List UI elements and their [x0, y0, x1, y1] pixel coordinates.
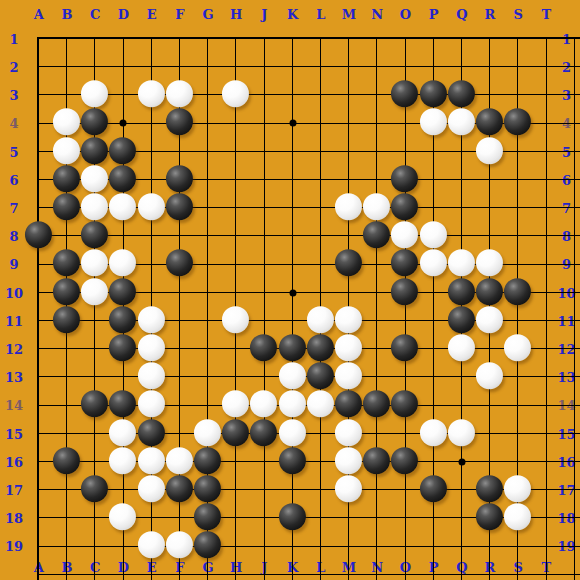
intersection-L17[interactable] — [307, 476, 335, 504]
intersection-S1[interactable] — [504, 25, 532, 53]
intersection-M10[interactable] — [335, 278, 363, 306]
intersection-S3[interactable] — [504, 81, 532, 109]
intersection-Q12[interactable] — [448, 335, 476, 363]
intersection-E10[interactable] — [137, 278, 165, 306]
intersection-O2[interactable] — [391, 53, 419, 81]
intersection-K7[interactable] — [278, 194, 306, 222]
intersection-G16[interactable] — [194, 448, 222, 476]
intersection-O7[interactable] — [391, 194, 419, 222]
intersection-K10[interactable] — [278, 278, 306, 306]
intersection-J6[interactable] — [250, 166, 278, 194]
intersection-D19[interactable] — [109, 532, 137, 560]
intersection-H1[interactable] — [222, 25, 250, 53]
intersection-J15[interactable] — [250, 419, 278, 447]
intersection-A11[interactable] — [25, 307, 53, 335]
intersection-K6[interactable] — [278, 166, 306, 194]
intersection-T2[interactable] — [532, 53, 560, 81]
intersection-R6[interactable] — [476, 166, 504, 194]
intersection-R3[interactable] — [476, 81, 504, 109]
intersection-B14[interactable] — [53, 391, 81, 419]
intersection-P4[interactable] — [419, 109, 447, 137]
intersection-S13[interactable] — [504, 363, 532, 391]
intersection-E3[interactable] — [137, 81, 165, 109]
intersection-R13[interactable] — [476, 363, 504, 391]
intersection-N16[interactable] — [363, 448, 391, 476]
intersection-E8[interactable] — [137, 222, 165, 250]
intersection-J16[interactable] — [250, 448, 278, 476]
intersection-J17[interactable] — [250, 476, 278, 504]
intersection-A8[interactable] — [25, 222, 53, 250]
intersection-H14[interactable] — [222, 391, 250, 419]
intersection-J1[interactable] — [250, 25, 278, 53]
intersection-G10[interactable] — [194, 278, 222, 306]
intersection-O8[interactable] — [391, 222, 419, 250]
intersection-S14[interactable] — [504, 391, 532, 419]
intersection-H8[interactable] — [222, 222, 250, 250]
intersection-S2[interactable] — [504, 53, 532, 81]
intersection-M7[interactable] — [335, 194, 363, 222]
intersection-H15[interactable] — [222, 419, 250, 447]
intersection-L12[interactable] — [307, 335, 335, 363]
intersection-S17[interactable] — [504, 476, 532, 504]
intersection-A10[interactable] — [25, 278, 53, 306]
intersection-D3[interactable] — [109, 81, 137, 109]
intersection-L13[interactable] — [307, 363, 335, 391]
intersection-C18[interactable] — [81, 504, 109, 532]
intersection-G11[interactable] — [194, 307, 222, 335]
intersection-D15[interactable] — [109, 419, 137, 447]
intersection-J8[interactable] — [250, 222, 278, 250]
intersection-K3[interactable] — [278, 81, 306, 109]
intersection-J4[interactable] — [250, 109, 278, 137]
intersection-R9[interactable] — [476, 250, 504, 278]
intersection-A7[interactable] — [25, 194, 53, 222]
intersection-E19[interactable] — [137, 532, 165, 560]
intersection-N12[interactable] — [363, 335, 391, 363]
intersection-O13[interactable] — [391, 363, 419, 391]
intersection-D1[interactable] — [109, 25, 137, 53]
intersection-F3[interactable] — [166, 81, 194, 109]
intersection-R12[interactable] — [476, 335, 504, 363]
intersection-H16[interactable] — [222, 448, 250, 476]
intersection-M1[interactable] — [335, 25, 363, 53]
intersection-F17[interactable] — [166, 476, 194, 504]
intersection-N5[interactable] — [363, 137, 391, 165]
intersection-K16[interactable] — [278, 448, 306, 476]
intersection-L3[interactable] — [307, 81, 335, 109]
intersection-T10[interactable] — [532, 278, 560, 306]
intersection-N15[interactable] — [363, 419, 391, 447]
intersection-T19[interactable] — [532, 532, 560, 560]
intersection-C16[interactable] — [81, 448, 109, 476]
intersection-E6[interactable] — [137, 166, 165, 194]
intersection-T7[interactable] — [532, 194, 560, 222]
intersection-T3[interactable] — [532, 81, 560, 109]
intersection-L7[interactable] — [307, 194, 335, 222]
intersection-O19[interactable] — [391, 532, 419, 560]
intersection-A12[interactable] — [25, 335, 53, 363]
intersection-F4[interactable] — [166, 109, 194, 137]
intersection-J10[interactable] — [250, 278, 278, 306]
intersection-E14[interactable] — [137, 391, 165, 419]
intersection-P10[interactable] — [419, 278, 447, 306]
intersection-O3[interactable] — [391, 81, 419, 109]
intersection-E5[interactable] — [137, 137, 165, 165]
intersection-P2[interactable] — [419, 53, 447, 81]
intersection-A18[interactable] — [25, 504, 53, 532]
intersection-P7[interactable] — [419, 194, 447, 222]
intersection-N19[interactable] — [363, 532, 391, 560]
intersection-K13[interactable] — [278, 363, 306, 391]
intersection-F7[interactable] — [166, 194, 194, 222]
intersection-E11[interactable] — [137, 307, 165, 335]
intersection-P14[interactable] — [419, 391, 447, 419]
intersection-G18[interactable] — [194, 504, 222, 532]
intersection-B2[interactable] — [53, 53, 81, 81]
intersection-K14[interactable] — [278, 391, 306, 419]
intersection-F16[interactable] — [166, 448, 194, 476]
intersection-F15[interactable] — [166, 419, 194, 447]
intersection-O10[interactable] — [391, 278, 419, 306]
intersection-A16[interactable] — [25, 448, 53, 476]
intersection-L6[interactable] — [307, 166, 335, 194]
intersection-M3[interactable] — [335, 81, 363, 109]
intersection-M16[interactable] — [335, 448, 363, 476]
intersection-N13[interactable] — [363, 363, 391, 391]
intersection-M11[interactable] — [335, 307, 363, 335]
intersection-Q9[interactable] — [448, 250, 476, 278]
intersection-T1[interactable] — [532, 25, 560, 53]
intersection-P9[interactable] — [419, 250, 447, 278]
intersection-F2[interactable] — [166, 53, 194, 81]
intersection-G15[interactable] — [194, 419, 222, 447]
intersection-B18[interactable] — [53, 504, 81, 532]
intersection-L4[interactable] — [307, 109, 335, 137]
intersection-Q18[interactable] — [448, 504, 476, 532]
intersection-K1[interactable] — [278, 25, 306, 53]
intersection-O6[interactable] — [391, 166, 419, 194]
intersection-G12[interactable] — [194, 335, 222, 363]
intersection-D8[interactable] — [109, 222, 137, 250]
intersection-D5[interactable] — [109, 137, 137, 165]
intersection-J2[interactable] — [250, 53, 278, 81]
intersection-D16[interactable] — [109, 448, 137, 476]
intersection-B11[interactable] — [53, 307, 81, 335]
intersection-F12[interactable] — [166, 335, 194, 363]
intersection-H18[interactable] — [222, 504, 250, 532]
intersection-H3[interactable] — [222, 81, 250, 109]
intersection-R14[interactable] — [476, 391, 504, 419]
intersection-Q6[interactable] — [448, 166, 476, 194]
intersection-C1[interactable] — [81, 25, 109, 53]
intersection-K17[interactable] — [278, 476, 306, 504]
intersection-N9[interactable] — [363, 250, 391, 278]
intersection-D6[interactable] — [109, 166, 137, 194]
intersection-A3[interactable] — [25, 81, 53, 109]
intersection-A15[interactable] — [25, 419, 53, 447]
intersection-O14[interactable] — [391, 391, 419, 419]
intersection-A19[interactable] — [25, 532, 53, 560]
intersection-K19[interactable] — [278, 532, 306, 560]
intersection-F8[interactable] — [166, 222, 194, 250]
intersection-S16[interactable] — [504, 448, 532, 476]
intersection-D10[interactable] — [109, 278, 137, 306]
intersection-T13[interactable] — [532, 363, 560, 391]
intersection-B1[interactable] — [53, 25, 81, 53]
intersection-S18[interactable] — [504, 504, 532, 532]
intersection-S15[interactable] — [504, 419, 532, 447]
intersection-O18[interactable] — [391, 504, 419, 532]
intersection-F19[interactable] — [166, 532, 194, 560]
intersection-M2[interactable] — [335, 53, 363, 81]
intersection-B4[interactable] — [53, 109, 81, 137]
intersection-M14[interactable] — [335, 391, 363, 419]
intersection-L2[interactable] — [307, 53, 335, 81]
intersection-L9[interactable] — [307, 250, 335, 278]
intersection-T4[interactable] — [532, 109, 560, 137]
intersection-L19[interactable] — [307, 532, 335, 560]
intersection-C12[interactable] — [81, 335, 109, 363]
intersection-R8[interactable] — [476, 222, 504, 250]
intersection-H4[interactable] — [222, 109, 250, 137]
intersection-R15[interactable] — [476, 419, 504, 447]
intersection-R11[interactable] — [476, 307, 504, 335]
intersection-F11[interactable] — [166, 307, 194, 335]
intersection-G2[interactable] — [194, 53, 222, 81]
intersection-N2[interactable] — [363, 53, 391, 81]
intersection-O15[interactable] — [391, 419, 419, 447]
intersection-C17[interactable] — [81, 476, 109, 504]
intersection-B9[interactable] — [53, 250, 81, 278]
intersection-B19[interactable] — [53, 532, 81, 560]
intersection-N14[interactable] — [363, 391, 391, 419]
intersection-A14[interactable] — [25, 391, 53, 419]
intersection-L11[interactable] — [307, 307, 335, 335]
intersection-K18[interactable] — [278, 504, 306, 532]
intersection-G13[interactable] — [194, 363, 222, 391]
intersection-C6[interactable] — [81, 166, 109, 194]
intersection-A2[interactable] — [25, 53, 53, 81]
intersection-N3[interactable] — [363, 81, 391, 109]
intersection-M19[interactable] — [335, 532, 363, 560]
intersection-Q10[interactable] — [448, 278, 476, 306]
intersection-R19[interactable] — [476, 532, 504, 560]
intersection-S7[interactable] — [504, 194, 532, 222]
intersection-C13[interactable] — [81, 363, 109, 391]
intersection-J11[interactable] — [250, 307, 278, 335]
intersection-Q2[interactable] — [448, 53, 476, 81]
intersection-F10[interactable] — [166, 278, 194, 306]
intersection-E16[interactable] — [137, 448, 165, 476]
intersection-H17[interactable] — [222, 476, 250, 504]
intersection-M12[interactable] — [335, 335, 363, 363]
intersection-P1[interactable] — [419, 25, 447, 53]
intersection-S9[interactable] — [504, 250, 532, 278]
intersection-J9[interactable] — [250, 250, 278, 278]
intersection-K15[interactable] — [278, 419, 306, 447]
intersection-P18[interactable] — [419, 504, 447, 532]
intersection-A13[interactable] — [25, 363, 53, 391]
intersection-M13[interactable] — [335, 363, 363, 391]
intersection-S19[interactable] — [504, 532, 532, 560]
intersection-C4[interactable] — [81, 109, 109, 137]
intersection-T18[interactable] — [532, 504, 560, 532]
intersection-H12[interactable] — [222, 335, 250, 363]
intersection-B7[interactable] — [53, 194, 81, 222]
intersection-B6[interactable] — [53, 166, 81, 194]
intersection-T14[interactable] — [532, 391, 560, 419]
intersection-O16[interactable] — [391, 448, 419, 476]
intersection-D14[interactable] — [109, 391, 137, 419]
intersection-E7[interactable] — [137, 194, 165, 222]
intersection-S6[interactable] — [504, 166, 532, 194]
intersection-K8[interactable] — [278, 222, 306, 250]
intersection-T8[interactable] — [532, 222, 560, 250]
intersection-T16[interactable] — [532, 448, 560, 476]
intersection-A9[interactable] — [25, 250, 53, 278]
intersection-J19[interactable] — [250, 532, 278, 560]
intersection-C15[interactable] — [81, 419, 109, 447]
intersection-Q11[interactable] — [448, 307, 476, 335]
intersection-E15[interactable] — [137, 419, 165, 447]
intersection-T15[interactable] — [532, 419, 560, 447]
intersection-D13[interactable] — [109, 363, 137, 391]
intersection-O5[interactable] — [391, 137, 419, 165]
intersection-P6[interactable] — [419, 166, 447, 194]
intersection-D17[interactable] — [109, 476, 137, 504]
intersection-N8[interactable] — [363, 222, 391, 250]
intersection-R7[interactable] — [476, 194, 504, 222]
intersection-J13[interactable] — [250, 363, 278, 391]
intersection-F9[interactable] — [166, 250, 194, 278]
intersection-B17[interactable] — [53, 476, 81, 504]
intersection-O11[interactable] — [391, 307, 419, 335]
intersection-E17[interactable] — [137, 476, 165, 504]
intersection-M9[interactable] — [335, 250, 363, 278]
intersection-O9[interactable] — [391, 250, 419, 278]
intersection-H5[interactable] — [222, 137, 250, 165]
intersection-G5[interactable] — [194, 137, 222, 165]
intersection-M18[interactable] — [335, 504, 363, 532]
intersection-T11[interactable] — [532, 307, 560, 335]
intersection-Q1[interactable] — [448, 25, 476, 53]
intersection-F6[interactable] — [166, 166, 194, 194]
intersection-D18[interactable] — [109, 504, 137, 532]
intersection-G14[interactable] — [194, 391, 222, 419]
intersection-H9[interactable] — [222, 250, 250, 278]
intersection-C9[interactable] — [81, 250, 109, 278]
intersection-G3[interactable] — [194, 81, 222, 109]
intersection-R5[interactable] — [476, 137, 504, 165]
intersection-T17[interactable] — [532, 476, 560, 504]
intersection-N4[interactable] — [363, 109, 391, 137]
intersection-S11[interactable] — [504, 307, 532, 335]
intersection-K4[interactable] — [278, 109, 306, 137]
intersection-Q4[interactable] — [448, 109, 476, 137]
intersection-G6[interactable] — [194, 166, 222, 194]
intersection-Q17[interactable] — [448, 476, 476, 504]
intersection-R17[interactable] — [476, 476, 504, 504]
intersection-C14[interactable] — [81, 391, 109, 419]
intersection-G7[interactable] — [194, 194, 222, 222]
intersection-K2[interactable] — [278, 53, 306, 81]
intersection-S4[interactable] — [504, 109, 532, 137]
intersection-A5[interactable] — [25, 137, 53, 165]
intersection-Q16[interactable] — [448, 448, 476, 476]
intersection-T12[interactable] — [532, 335, 560, 363]
intersection-J3[interactable] — [250, 81, 278, 109]
intersection-P19[interactable] — [419, 532, 447, 560]
intersection-E1[interactable] — [137, 25, 165, 53]
intersection-M5[interactable] — [335, 137, 363, 165]
intersection-J12[interactable] — [250, 335, 278, 363]
intersection-P16[interactable] — [419, 448, 447, 476]
intersection-L10[interactable] — [307, 278, 335, 306]
intersection-H2[interactable] — [222, 53, 250, 81]
intersection-F18[interactable] — [166, 504, 194, 532]
intersection-C7[interactable] — [81, 194, 109, 222]
intersection-N6[interactable] — [363, 166, 391, 194]
intersection-F1[interactable] — [166, 25, 194, 53]
intersection-C2[interactable] — [81, 53, 109, 81]
intersection-G8[interactable] — [194, 222, 222, 250]
intersection-B3[interactable] — [53, 81, 81, 109]
intersection-H6[interactable] — [222, 166, 250, 194]
intersection-M8[interactable] — [335, 222, 363, 250]
intersection-L8[interactable] — [307, 222, 335, 250]
intersection-K5[interactable] — [278, 137, 306, 165]
intersection-L15[interactable] — [307, 419, 335, 447]
intersection-O4[interactable] — [391, 109, 419, 137]
intersection-P12[interactable] — [419, 335, 447, 363]
intersection-D9[interactable] — [109, 250, 137, 278]
intersection-A6[interactable] — [25, 166, 53, 194]
intersection-Q15[interactable] — [448, 419, 476, 447]
intersection-K9[interactable] — [278, 250, 306, 278]
intersection-S8[interactable] — [504, 222, 532, 250]
intersection-M15[interactable] — [335, 419, 363, 447]
intersection-A1[interactable] — [25, 25, 53, 53]
intersection-E2[interactable] — [137, 53, 165, 81]
intersection-H13[interactable] — [222, 363, 250, 391]
intersection-L5[interactable] — [307, 137, 335, 165]
intersection-B8[interactable] — [53, 222, 81, 250]
intersection-N1[interactable] — [363, 25, 391, 53]
intersection-H19[interactable] — [222, 532, 250, 560]
intersection-F13[interactable] — [166, 363, 194, 391]
intersection-F5[interactable] — [166, 137, 194, 165]
intersection-G1[interactable] — [194, 25, 222, 53]
intersection-G19[interactable] — [194, 532, 222, 560]
intersection-H10[interactable] — [222, 278, 250, 306]
intersection-G9[interactable] — [194, 250, 222, 278]
intersection-B5[interactable] — [53, 137, 81, 165]
intersection-D4[interactable] — [109, 109, 137, 137]
intersection-G4[interactable] — [194, 109, 222, 137]
intersection-N11[interactable] — [363, 307, 391, 335]
intersection-P11[interactable] — [419, 307, 447, 335]
intersection-E18[interactable] — [137, 504, 165, 532]
intersection-L14[interactable] — [307, 391, 335, 419]
intersection-H7[interactable] — [222, 194, 250, 222]
intersection-C5[interactable] — [81, 137, 109, 165]
intersection-P15[interactable] — [419, 419, 447, 447]
intersection-S5[interactable] — [504, 137, 532, 165]
intersection-Q5[interactable] — [448, 137, 476, 165]
intersection-Q8[interactable] — [448, 222, 476, 250]
intersection-R18[interactable] — [476, 504, 504, 532]
intersection-M17[interactable] — [335, 476, 363, 504]
